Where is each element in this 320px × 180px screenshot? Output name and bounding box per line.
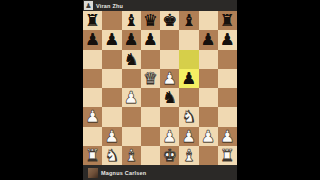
top-player-avatar[interactable]: ♟ <box>84 1 93 10</box>
letterbox-left <box>0 0 83 180</box>
square-a2[interactable] <box>83 127 102 146</box>
white-queen[interactable]: ♛ <box>143 69 158 88</box>
square-e3[interactable] <box>160 107 179 126</box>
black-bishop[interactable]: ♝ <box>181 11 196 30</box>
square-c7[interactable]: ♟ <box>122 30 141 49</box>
square-b3[interactable] <box>102 107 121 126</box>
square-g2[interactable]: ♟ <box>199 127 218 146</box>
square-a6[interactable] <box>83 50 102 69</box>
square-d2[interactable] <box>141 127 160 146</box>
square-e2[interactable]: ♟ <box>160 127 179 146</box>
square-h8[interactable]: ♜ <box>218 11 237 30</box>
black-pawn[interactable]: ♟ <box>124 30 139 49</box>
square-e6[interactable] <box>160 50 179 69</box>
square-d7[interactable]: ♟ <box>141 30 160 49</box>
square-f5[interactable]: ♟ <box>179 69 198 88</box>
square-b5[interactable] <box>102 69 121 88</box>
square-a1[interactable]: ♜ <box>83 146 102 165</box>
square-h1[interactable]: ♜ <box>218 146 237 165</box>
white-rook[interactable]: ♜ <box>85 146 100 165</box>
square-e1[interactable]: ♚ <box>160 146 179 165</box>
square-d1[interactable] <box>141 146 160 165</box>
white-king[interactable]: ♚ <box>162 146 177 165</box>
square-a7[interactable]: ♟ <box>83 30 102 49</box>
bottom-player-name: Magnus Carlsen <box>101 170 146 176</box>
white-pawn[interactable]: ♟ <box>124 88 139 107</box>
square-h5[interactable] <box>218 69 237 88</box>
black-pawn[interactable]: ♟ <box>143 30 158 49</box>
square-d8[interactable]: ♛ <box>141 11 160 30</box>
square-e4[interactable]: ♞ <box>160 88 179 107</box>
square-e8[interactable]: ♚ <box>160 11 179 30</box>
black-king[interactable]: ♚ <box>162 11 177 30</box>
black-queen[interactable]: ♛ <box>143 11 158 30</box>
black-pawn[interactable]: ♟ <box>104 30 119 49</box>
square-g1[interactable] <box>199 146 218 165</box>
white-bishop[interactable]: ♝ <box>124 146 139 165</box>
bottom-player-avatar[interactable] <box>88 168 98 178</box>
square-g7[interactable]: ♟ <box>199 30 218 49</box>
black-rook[interactable]: ♜ <box>220 11 235 30</box>
square-c3[interactable] <box>122 107 141 126</box>
square-h3[interactable] <box>218 107 237 126</box>
square-a3[interactable]: ♟ <box>83 107 102 126</box>
pawn-avatar-icon: ♟ <box>85 1 91 10</box>
square-b6[interactable] <box>102 50 121 69</box>
square-f4[interactable] <box>179 88 198 107</box>
square-e7[interactable] <box>160 30 179 49</box>
square-h2[interactable]: ♟ <box>218 127 237 146</box>
square-a5[interactable] <box>83 69 102 88</box>
white-pawn[interactable]: ♟ <box>104 127 119 146</box>
square-f1[interactable]: ♝ <box>179 146 198 165</box>
black-knight[interactable]: ♞ <box>124 50 139 69</box>
white-pawn[interactable]: ♟ <box>181 127 196 146</box>
letterbox-right <box>237 0 320 180</box>
square-d5[interactable]: ♛ <box>141 69 160 88</box>
square-g5[interactable] <box>199 69 218 88</box>
square-f8[interactable]: ♝ <box>179 11 198 30</box>
white-rook[interactable]: ♜ <box>220 146 235 165</box>
square-b7[interactable]: ♟ <box>102 30 121 49</box>
square-g8[interactable] <box>199 11 218 30</box>
square-h4[interactable] <box>218 88 237 107</box>
top-player-bar: ♟ Viran Zhu <box>83 0 237 11</box>
square-f3[interactable]: ♞ <box>179 107 198 126</box>
square-c1[interactable]: ♝ <box>122 146 141 165</box>
square-g6[interactable] <box>199 50 218 69</box>
square-f7[interactable] <box>179 30 198 49</box>
black-knight[interactable]: ♞ <box>162 88 177 107</box>
square-c5[interactable] <box>122 69 141 88</box>
square-h6[interactable] <box>218 50 237 69</box>
square-d6[interactable] <box>141 50 160 69</box>
bottom-player-bar: Magnus Carlsen <box>83 165 237 180</box>
square-f6[interactable] <box>179 50 198 69</box>
square-d3[interactable] <box>141 107 160 126</box>
white-knight[interactable]: ♞ <box>181 107 196 126</box>
square-b2[interactable]: ♟ <box>102 127 121 146</box>
white-pawn[interactable]: ♟ <box>220 127 235 146</box>
square-g3[interactable] <box>199 107 218 126</box>
top-player-name: Viran Zhu <box>96 3 123 9</box>
square-a4[interactable] <box>83 88 102 107</box>
square-g4[interactable] <box>199 88 218 107</box>
square-a8[interactable]: ♜ <box>83 11 102 30</box>
chess-app-column: ♟ Viran Zhu ♜♝♛♚♝♜♟♟♟♟♟♟♞♛♟♟♟♞♟♞♟♟♟♟♟♜♞♝… <box>83 0 237 180</box>
square-d4[interactable] <box>141 88 160 107</box>
white-pawn[interactable]: ♟ <box>162 69 177 88</box>
square-c2[interactable] <box>122 127 141 146</box>
white-pawn[interactable]: ♟ <box>85 107 100 126</box>
chess-board[interactable]: ♜♝♛♚♝♜♟♟♟♟♟♟♞♛♟♟♟♞♟♞♟♟♟♟♟♜♞♝♚♝♜ <box>83 11 237 165</box>
black-pawn[interactable]: ♟ <box>85 30 100 49</box>
square-c6[interactable]: ♞ <box>122 50 141 69</box>
square-e5[interactable]: ♟ <box>160 69 179 88</box>
black-pawn[interactable]: ♟ <box>181 69 196 88</box>
black-rook[interactable]: ♜ <box>85 11 100 30</box>
square-c4[interactable]: ♟ <box>122 88 141 107</box>
square-h7[interactable]: ♟ <box>218 30 237 49</box>
black-pawn[interactable]: ♟ <box>201 30 216 49</box>
video-frame: ♟ Viran Zhu ♜♝♛♚♝♜♟♟♟♟♟♟♞♛♟♟♟♞♟♞♟♟♟♟♟♜♞♝… <box>0 0 320 180</box>
white-bishop[interactable]: ♝ <box>181 146 196 165</box>
black-pawn[interactable]: ♟ <box>220 30 235 49</box>
square-b8[interactable] <box>102 11 121 30</box>
square-c8[interactable]: ♝ <box>122 11 141 30</box>
white-knight[interactable]: ♞ <box>104 146 119 165</box>
square-f2[interactable]: ♟ <box>179 127 198 146</box>
white-pawn[interactable]: ♟ <box>162 127 177 146</box>
square-b1[interactable]: ♞ <box>102 146 121 165</box>
square-b4[interactable] <box>102 88 121 107</box>
white-pawn[interactable]: ♟ <box>201 127 216 146</box>
black-bishop[interactable]: ♝ <box>124 11 139 30</box>
